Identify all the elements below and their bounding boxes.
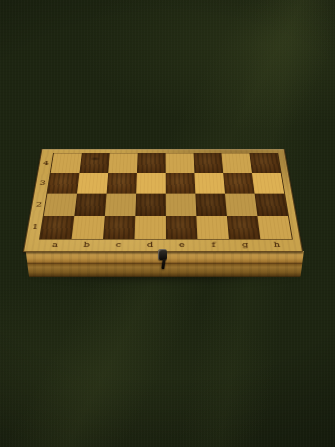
chess-board: 4321abcdefgh (23, 149, 303, 252)
square-e4 (166, 153, 195, 173)
square-d4 (137, 153, 166, 173)
square-f3 (194, 173, 225, 194)
square-f2 (195, 194, 226, 216)
square-g1 (227, 216, 260, 239)
board-margin-bottom-right (292, 239, 302, 251)
square-c4 (108, 153, 137, 173)
file-label-b: b (70, 239, 103, 251)
chess-box: 4321abcdefgh (0, 0, 335, 447)
square-h4 (249, 153, 280, 173)
latch-hook (161, 259, 165, 269)
square-a4 (51, 153, 82, 173)
file-label-c: c (102, 239, 134, 251)
square-b4 (79, 153, 109, 173)
square-f4 (194, 153, 224, 173)
square-c3 (107, 173, 137, 194)
file-label-g: g (229, 239, 262, 251)
square-b1 (72, 216, 105, 239)
square-e1 (166, 216, 198, 239)
square-d3 (136, 173, 166, 194)
square-c2 (105, 194, 136, 216)
square-g4 (222, 153, 252, 173)
square-e3 (166, 173, 196, 194)
square-h3 (252, 173, 284, 194)
square-b3 (77, 173, 108, 194)
square-h2 (255, 194, 288, 216)
square-a3 (47, 173, 79, 194)
square-g3 (223, 173, 254, 194)
latch-clasp (155, 249, 171, 273)
square-f1 (196, 216, 229, 239)
square-d2 (135, 194, 165, 216)
square-h1 (257, 216, 291, 239)
file-label-h: h (260, 239, 294, 251)
square-c1 (103, 216, 135, 239)
photo-scene: 4321abcdefgh (0, 0, 335, 447)
square-a2 (44, 194, 77, 216)
board-top-face: 4321abcdefgh (23, 149, 303, 252)
square-d1 (134, 216, 165, 239)
square-a1 (40, 216, 74, 239)
file-label-f: f (197, 239, 230, 251)
square-g2 (225, 194, 257, 216)
square-b2 (74, 194, 106, 216)
file-label-a: a (38, 239, 71, 251)
square-e2 (166, 194, 197, 216)
